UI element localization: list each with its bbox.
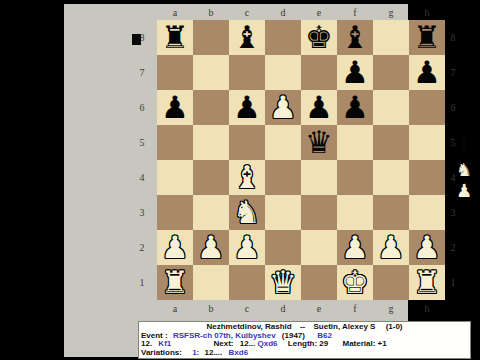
file-labels-top: abcdefgh: [157, 7, 445, 19]
square-g2[interactable]: ♟: [373, 230, 409, 265]
square-f7[interactable]: ♟: [337, 55, 373, 90]
square-b3[interactable]: [193, 195, 229, 230]
video-content-area: abcdefgh abcdefgh 87654321 87654321 ♜♝♚♝…: [64, 4, 408, 357]
square-h2[interactable]: ♟: [409, 230, 445, 265]
square-a1[interactable]: ♜: [157, 265, 193, 300]
square-a4[interactable]: [157, 160, 193, 195]
square-f5[interactable]: [337, 125, 373, 160]
black-bishop-piece[interactable]: ♝: [233, 22, 261, 53]
rank-label-1: 1: [136, 265, 148, 300]
black-rook-piece[interactable]: ♜: [413, 22, 441, 53]
white-pawn-piece[interactable]: ♟: [161, 232, 189, 263]
file-label-e: e: [301, 303, 337, 315]
black-queen-piece[interactable]: ♛: [305, 127, 333, 158]
square-d3[interactable]: [265, 195, 301, 230]
square-e1[interactable]: [301, 265, 337, 300]
rank-labels-left: 87654321: [136, 20, 148, 300]
white-pawn-piece[interactable]: ♟: [269, 92, 297, 123]
black-bishop-piece[interactable]: ♝: [341, 22, 369, 53]
square-g6[interactable]: [373, 90, 409, 125]
black-pawn-piece[interactable]: ♟: [413, 57, 441, 88]
square-d1[interactable]: ♛: [265, 265, 301, 300]
variation-move[interactable]: Bxd6: [229, 349, 249, 358]
material-value: Material: +1: [342, 340, 386, 349]
white-rook-piece[interactable]: ♜: [413, 267, 441, 298]
black-rook-piece[interactable]: ♜: [161, 22, 189, 53]
square-c7[interactable]: [229, 55, 265, 90]
square-e5[interactable]: ♛: [301, 125, 337, 160]
rank-label-1: 1: [447, 265, 459, 300]
file-label-b: b: [193, 7, 229, 19]
square-a6[interactable]: ♟: [157, 90, 193, 125]
square-a8[interactable]: ♜: [157, 20, 193, 55]
file-label-e: e: [301, 7, 337, 19]
square-f4[interactable]: [337, 160, 373, 195]
black-pawn-piece[interactable]: ♟: [161, 92, 189, 123]
black-pawn-piece[interactable]: ♟: [341, 92, 369, 123]
square-a7[interactable]: [157, 55, 193, 90]
rank-label-5: 5: [136, 125, 148, 160]
file-label-c: c: [229, 7, 265, 19]
square-d7[interactable]: [265, 55, 301, 90]
rank-label-7: 7: [136, 55, 148, 90]
board: ♜♝♚♝♜♟♟♟♟♟♟♟♛♝♞♟♟♟♟♟♟♜♛♚♜: [157, 20, 445, 300]
white-knight-piece[interactable]: ♞: [233, 197, 261, 228]
rank-label-6: 6: [136, 90, 148, 125]
square-f6[interactable]: ♟: [337, 90, 373, 125]
game-result: (1-0): [386, 323, 403, 332]
square-b5[interactable]: [193, 125, 229, 160]
square-e6[interactable]: ♟: [301, 90, 337, 125]
square-f1[interactable]: ♚: [337, 265, 373, 300]
square-c2[interactable]: ♟: [229, 230, 265, 265]
white-bishop-piece[interactable]: ♝: [233, 162, 261, 193]
square-g4[interactable]: [373, 160, 409, 195]
square-e2[interactable]: [301, 230, 337, 265]
black-pawn-piece[interactable]: ♟: [305, 92, 333, 123]
square-c8[interactable]: ♝: [229, 20, 265, 55]
rank-label-7: 7: [447, 55, 459, 90]
square-c6[interactable]: ♟: [229, 90, 265, 125]
file-label-d: d: [265, 303, 301, 315]
square-d2[interactable]: [265, 230, 301, 265]
variation-number[interactable]: 1:: [192, 349, 199, 358]
square-f8[interactable]: ♝: [337, 20, 373, 55]
square-b1[interactable]: [193, 265, 229, 300]
file-label-h: h: [409, 7, 445, 19]
square-g1[interactable]: [373, 265, 409, 300]
length-value: Length: 29: [288, 340, 328, 349]
material-tray-divider: [457, 156, 471, 158]
square-b2[interactable]: ♟: [193, 230, 229, 265]
square-b8[interactable]: [193, 20, 229, 55]
square-h7[interactable]: ♟: [409, 55, 445, 90]
file-label-a: a: [157, 7, 193, 19]
square-h5[interactable]: [409, 125, 445, 160]
black-to-move-indicator: [132, 34, 141, 45]
white-pawn-piece[interactable]: ♟: [413, 232, 441, 263]
game-info-panel: Nezhmetdinov, Rashid -- Suetin, Alexey S…: [138, 321, 471, 359]
captured-material-tray: ♝♞♟: [454, 134, 474, 201]
square-d5[interactable]: [265, 125, 301, 160]
square-b4[interactable]: [193, 160, 229, 195]
square-e8[interactable]: ♚: [301, 20, 337, 55]
square-f2[interactable]: ♟: [337, 230, 373, 265]
square-b7[interactable]: [193, 55, 229, 90]
white-pawn-piece[interactable]: ♟: [233, 232, 261, 263]
next-move[interactable]: Qxd6: [258, 340, 278, 349]
square-h4[interactable]: [409, 160, 445, 195]
file-label-g: g: [373, 7, 409, 19]
square-f3[interactable]: [337, 195, 373, 230]
file-label-d: d: [265, 7, 301, 19]
variations-label: Variations:: [141, 349, 182, 358]
square-e3[interactable]: [301, 195, 337, 230]
square-e7[interactable]: [301, 55, 337, 90]
square-a5[interactable]: [157, 125, 193, 160]
variations-line: Variations: 1: 12.... Bxd6: [139, 349, 470, 358]
square-c3[interactable]: ♞: [229, 195, 265, 230]
file-label-c: c: [229, 303, 265, 315]
file-label-a: a: [157, 303, 193, 315]
square-a3[interactable]: [157, 195, 193, 230]
rank-label-3: 3: [136, 195, 148, 230]
variation-move-prefix: 12....: [205, 349, 223, 358]
captured-white-knight-icon: ♞: [456, 159, 472, 180]
captured-black-bishop-icon: ♝: [455, 134, 472, 155]
square-h6[interactable]: [409, 90, 445, 125]
square-g7[interactable]: [373, 55, 409, 90]
square-c1[interactable]: [229, 265, 265, 300]
white-pawn-piece[interactable]: ♟: [377, 232, 405, 263]
captured-white-pawn-icon: ♟: [456, 180, 472, 201]
white-pawn-piece[interactable]: ♟: [197, 232, 225, 263]
file-label-f: f: [337, 303, 373, 315]
rank-label-8: 8: [447, 20, 459, 55]
square-h8[interactable]: ♜: [409, 20, 445, 55]
square-b6[interactable]: [193, 90, 229, 125]
white-rook-piece[interactable]: ♜: [161, 267, 189, 298]
square-e4[interactable]: [301, 160, 337, 195]
square-g8[interactable]: [373, 20, 409, 55]
black-pawn-piece[interactable]: ♟: [341, 57, 369, 88]
square-c5[interactable]: [229, 125, 265, 160]
square-d6[interactable]: ♟: [265, 90, 301, 125]
square-h1[interactable]: ♜: [409, 265, 445, 300]
white-king-piece[interactable]: ♚: [341, 267, 369, 298]
square-g5[interactable]: [373, 125, 409, 160]
file-label-g: g: [373, 303, 409, 315]
file-label-h: h: [409, 303, 445, 315]
file-label-b: b: [193, 303, 229, 315]
file-labels-bottom: abcdefgh: [157, 303, 445, 315]
square-a2[interactable]: ♟: [157, 230, 193, 265]
square-g3[interactable]: [373, 195, 409, 230]
square-c4[interactable]: ♝: [229, 160, 265, 195]
rank-label-4: 4: [136, 160, 148, 195]
rank-label-6: 6: [447, 90, 459, 125]
rank-label-2: 2: [447, 230, 459, 265]
white-queen-piece[interactable]: ♛: [269, 267, 297, 298]
white-pawn-piece[interactable]: ♟: [341, 232, 369, 263]
square-d4[interactable]: [265, 160, 301, 195]
move-line: 12. Kf1 Next: 12... Qxd6 Length: 29 Mate…: [139, 340, 470, 349]
square-h3[interactable]: [409, 195, 445, 230]
black-king-piece[interactable]: ♚: [305, 22, 333, 53]
black-pawn-piece[interactable]: ♟: [233, 92, 261, 123]
square-d8[interactable]: [265, 20, 301, 55]
file-label-f: f: [337, 7, 373, 19]
rank-label-2: 2: [136, 230, 148, 265]
